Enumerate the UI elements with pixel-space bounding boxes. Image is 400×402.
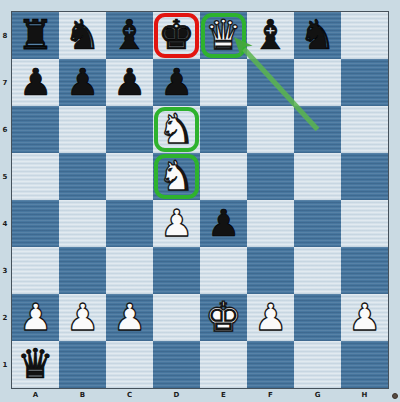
square-c4[interactable] xyxy=(106,200,153,247)
square-h6[interactable] xyxy=(341,106,388,153)
piece-black-pawn-a7[interactable]: ♟ xyxy=(19,64,52,101)
rank-label-8: 8 xyxy=(0,12,10,59)
square-c1[interactable] xyxy=(106,341,153,388)
rank-label-2: 2 xyxy=(0,294,10,341)
square-h8[interactable] xyxy=(341,12,388,59)
square-e3[interactable] xyxy=(200,247,247,294)
square-a2[interactable]: ♟ xyxy=(12,294,59,341)
square-c8[interactable]: ♝ xyxy=(106,12,153,59)
rank-label-3: 3 xyxy=(0,247,10,294)
piece-black-queen-a1[interactable]: ♛ xyxy=(17,344,54,385)
file-label-b: B xyxy=(59,389,106,401)
square-a3[interactable] xyxy=(12,247,59,294)
square-a8[interactable]: ♜ xyxy=(12,12,59,59)
square-b8[interactable]: ♞ xyxy=(59,12,106,59)
square-e8[interactable]: ♛ xyxy=(200,12,247,59)
square-c6[interactable] xyxy=(106,106,153,153)
rank-label-4: 4 xyxy=(0,200,10,247)
piece-white-king-e2[interactable]: ♚ xyxy=(205,297,242,338)
square-c2[interactable]: ♟ xyxy=(106,294,153,341)
square-g5[interactable] xyxy=(294,153,341,200)
square-e1[interactable] xyxy=(200,341,247,388)
piece-white-pawn-f2[interactable]: ♟ xyxy=(254,299,287,336)
square-e6[interactable] xyxy=(200,106,247,153)
square-d8[interactable]: ♚ xyxy=(153,12,200,59)
square-b4[interactable] xyxy=(59,200,106,247)
piece-black-king-d8[interactable]: ♚ xyxy=(158,15,195,56)
square-f5[interactable] xyxy=(247,153,294,200)
piece-white-pawn-a2[interactable]: ♟ xyxy=(19,299,52,336)
square-e2[interactable]: ♚ xyxy=(200,294,247,341)
square-h1[interactable] xyxy=(341,341,388,388)
square-h4[interactable] xyxy=(341,200,388,247)
square-d6[interactable]: ♞ xyxy=(153,106,200,153)
square-d2[interactable] xyxy=(153,294,200,341)
square-g6[interactable] xyxy=(294,106,341,153)
square-h3[interactable] xyxy=(341,247,388,294)
square-d7[interactable]: ♟ xyxy=(153,59,200,106)
piece-black-rook-a8[interactable]: ♜ xyxy=(17,15,54,56)
square-f8[interactable]: ♝ xyxy=(247,12,294,59)
rank-label-6: 6 xyxy=(0,106,10,153)
square-b1[interactable] xyxy=(59,341,106,388)
resize-grip-dot xyxy=(392,393,398,399)
piece-black-pawn-c7[interactable]: ♟ xyxy=(113,64,146,101)
file-label-a: A xyxy=(12,389,59,401)
piece-black-knight-b8[interactable]: ♞ xyxy=(64,15,101,56)
rank-label-7: 7 xyxy=(0,59,10,106)
rank-labels: 87654321 xyxy=(0,12,11,388)
square-a5[interactable] xyxy=(12,153,59,200)
chess-board[interactable]: ♜♞♝♚♛♝♞♟♟♟♟♞♞♟♟♟♟♟♚♟♟♛ xyxy=(11,11,389,389)
square-g4[interactable] xyxy=(294,200,341,247)
rank-label-1: 1 xyxy=(0,341,10,388)
piece-white-pawn-d4[interactable]: ♟ xyxy=(160,205,193,242)
square-h5[interactable] xyxy=(341,153,388,200)
piece-white-knight-d5[interactable]: ♞ xyxy=(158,156,195,197)
square-b3[interactable] xyxy=(59,247,106,294)
square-c3[interactable] xyxy=(106,247,153,294)
square-d1[interactable] xyxy=(153,341,200,388)
square-h2[interactable]: ♟ xyxy=(341,294,388,341)
square-f4[interactable] xyxy=(247,200,294,247)
square-g8[interactable]: ♞ xyxy=(294,12,341,59)
square-f3[interactable] xyxy=(247,247,294,294)
piece-black-pawn-d7[interactable]: ♟ xyxy=(160,64,193,101)
piece-white-pawn-c2[interactable]: ♟ xyxy=(113,299,146,336)
piece-white-pawn-h2[interactable]: ♟ xyxy=(348,299,381,336)
square-g2[interactable] xyxy=(294,294,341,341)
file-label-h: H xyxy=(341,389,388,401)
file-label-c: C xyxy=(106,389,153,401)
square-c7[interactable]: ♟ xyxy=(106,59,153,106)
piece-black-knight-g8[interactable]: ♞ xyxy=(299,15,336,56)
square-f7[interactable] xyxy=(247,59,294,106)
square-g1[interactable] xyxy=(294,341,341,388)
square-e5[interactable] xyxy=(200,153,247,200)
square-a1[interactable]: ♛ xyxy=(12,341,59,388)
file-label-f: F xyxy=(247,389,294,401)
chess-board-screenshot: 87654321 ♜♞♝♚♛♝♞♟♟♟♟♞♞♟♟♟♟♟♚♟♟♛ ABCDEFGH xyxy=(0,0,400,402)
square-b7[interactable]: ♟ xyxy=(59,59,106,106)
piece-black-bishop-f8[interactable]: ♝ xyxy=(252,15,289,56)
file-label-g: G xyxy=(294,389,341,401)
piece-black-pawn-b7[interactable]: ♟ xyxy=(66,64,99,101)
rank-label-5: 5 xyxy=(0,153,10,200)
file-label-e: E xyxy=(200,389,247,401)
piece-black-bishop-c8[interactable]: ♝ xyxy=(111,15,148,56)
square-e4[interactable]: ♟ xyxy=(200,200,247,247)
square-d4[interactable]: ♟ xyxy=(153,200,200,247)
square-d3[interactable] xyxy=(153,247,200,294)
square-a6[interactable] xyxy=(12,106,59,153)
piece-white-pawn-b2[interactable]: ♟ xyxy=(66,299,99,336)
square-b6[interactable] xyxy=(59,106,106,153)
square-g7[interactable] xyxy=(294,59,341,106)
square-f2[interactable]: ♟ xyxy=(247,294,294,341)
square-g3[interactable] xyxy=(294,247,341,294)
piece-black-pawn-e4[interactable]: ♟ xyxy=(207,205,240,242)
square-a7[interactable]: ♟ xyxy=(12,59,59,106)
square-f1[interactable] xyxy=(247,341,294,388)
square-b5[interactable] xyxy=(59,153,106,200)
square-f6[interactable] xyxy=(247,106,294,153)
file-labels: ABCDEFGH xyxy=(12,389,388,401)
piece-white-queen-e8[interactable]: ♛ xyxy=(205,15,242,56)
square-e7[interactable] xyxy=(200,59,247,106)
square-a4[interactable] xyxy=(12,200,59,247)
square-b2[interactable]: ♟ xyxy=(59,294,106,341)
file-label-d: D xyxy=(153,389,200,401)
piece-white-knight-d6[interactable]: ♞ xyxy=(158,109,195,150)
square-h7[interactable] xyxy=(341,59,388,106)
square-d5[interactable]: ♞ xyxy=(153,153,200,200)
square-c5[interactable] xyxy=(106,153,153,200)
